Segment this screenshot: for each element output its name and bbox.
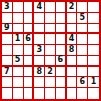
sudoku-cell-empty[interactable]: [88, 88, 99, 99]
sudoku-board: 34259164385678261: [0, 0, 101, 101]
sudoku-cell-empty[interactable]: [77, 88, 88, 99]
sudoku-cell-empty[interactable]: [88, 67, 99, 78]
sudoku-cell-given: 4: [67, 34, 78, 45]
sudoku-cell-given: 7: [2, 67, 13, 78]
sudoku-cell-empty[interactable]: [24, 24, 35, 35]
sudoku-cell-empty[interactable]: [67, 77, 78, 88]
sudoku-cell-empty[interactable]: [67, 24, 78, 35]
sudoku-cell-empty[interactable]: [2, 13, 13, 24]
sudoku-cell-empty[interactable]: [13, 24, 24, 35]
sudoku-cell-empty[interactable]: [45, 88, 56, 99]
sudoku-cell-empty[interactable]: [13, 13, 24, 24]
sudoku-cell-empty[interactable]: [77, 56, 88, 67]
sudoku-cell-given: 4: [34, 2, 45, 13]
sudoku-cell-empty[interactable]: [24, 45, 35, 56]
sudoku-cell-empty[interactable]: [34, 56, 45, 67]
sudoku-cell-given: 8: [67, 45, 78, 56]
sudoku-cell-given: 5: [77, 13, 88, 24]
sudoku-cell-given: 6: [56, 56, 67, 67]
sudoku-cell-empty[interactable]: [77, 34, 88, 45]
sudoku-cell-empty[interactable]: [45, 56, 56, 67]
sudoku-cell-empty[interactable]: [56, 24, 67, 35]
sudoku-cell-empty[interactable]: [34, 24, 45, 35]
sudoku-cell-empty[interactable]: [13, 88, 24, 99]
sudoku-cell-empty[interactable]: [88, 2, 99, 13]
sudoku-cell-empty[interactable]: [24, 88, 35, 99]
sudoku-cell-empty[interactable]: [24, 2, 35, 13]
sudoku-cell-given: 8: [34, 67, 45, 78]
sudoku-cell-empty[interactable]: [24, 13, 35, 24]
sudoku-cell-empty[interactable]: [67, 13, 78, 24]
sudoku-cell-empty[interactable]: [34, 34, 45, 45]
sudoku-cell-empty[interactable]: [45, 45, 56, 56]
sudoku-cell-empty[interactable]: [88, 24, 99, 35]
sudoku-cell-empty[interactable]: [67, 67, 78, 78]
sudoku-cell-empty[interactable]: [24, 67, 35, 78]
sudoku-cell-empty[interactable]: [2, 45, 13, 56]
sudoku-cell-empty[interactable]: [13, 45, 24, 56]
sudoku-cell-empty[interactable]: [88, 45, 99, 56]
sudoku-cell-empty[interactable]: [2, 88, 13, 99]
sudoku-cell-empty[interactable]: [45, 24, 56, 35]
sudoku-cell-given: 6: [77, 77, 88, 88]
sudoku-cell-empty[interactable]: [45, 13, 56, 24]
sudoku-cell-empty[interactable]: [88, 56, 99, 67]
sudoku-cell-given: 3: [34, 45, 45, 56]
sudoku-cell-empty[interactable]: [45, 34, 56, 45]
sudoku-cell-empty[interactable]: [67, 88, 78, 99]
sudoku-cell-empty[interactable]: [34, 88, 45, 99]
sudoku-cell-empty[interactable]: [56, 77, 67, 88]
sudoku-cell-empty[interactable]: [13, 77, 24, 88]
sudoku-cell-given: 5: [13, 56, 24, 67]
sudoku-cell-empty[interactable]: [24, 56, 35, 67]
sudoku-cell-empty[interactable]: [67, 56, 78, 67]
sudoku-cell-empty[interactable]: [2, 77, 13, 88]
sudoku-cell-empty[interactable]: [56, 34, 67, 45]
sudoku-cell-given: 9: [2, 24, 13, 35]
sudoku-cell-empty[interactable]: [34, 77, 45, 88]
sudoku-cell-empty[interactable]: [2, 34, 13, 45]
sudoku-cell-empty[interactable]: [77, 67, 88, 78]
sudoku-cell-empty[interactable]: [2, 56, 13, 67]
sudoku-cell-empty[interactable]: [45, 77, 56, 88]
sudoku-cell-given: 2: [67, 2, 78, 13]
sudoku-cell-empty[interactable]: [88, 34, 99, 45]
sudoku-cell-empty[interactable]: [56, 2, 67, 13]
sudoku-cell-empty[interactable]: [77, 45, 88, 56]
sudoku-cell-given: 1: [88, 77, 99, 88]
sudoku-cell-empty[interactable]: [56, 67, 67, 78]
sudoku-cell-empty[interactable]: [77, 2, 88, 13]
sudoku-cell-given: 3: [2, 2, 13, 13]
sudoku-cell-empty[interactable]: [13, 67, 24, 78]
sudoku-cell-empty[interactable]: [13, 2, 24, 13]
sudoku-cell-empty[interactable]: [77, 24, 88, 35]
sudoku-cell-empty[interactable]: [56, 88, 67, 99]
sudoku-cell-empty[interactable]: [88, 13, 99, 24]
sudoku-cell-empty[interactable]: [56, 13, 67, 24]
sudoku-cell-given: 1: [13, 34, 24, 45]
sudoku-cell-empty[interactable]: [24, 77, 35, 88]
sudoku-cell-empty[interactable]: [45, 2, 56, 13]
sudoku-cell-given: 6: [24, 34, 35, 45]
sudoku-cell-given: 2: [45, 67, 56, 78]
sudoku-cell-empty[interactable]: [56, 45, 67, 56]
sudoku-cell-empty[interactable]: [34, 13, 45, 24]
